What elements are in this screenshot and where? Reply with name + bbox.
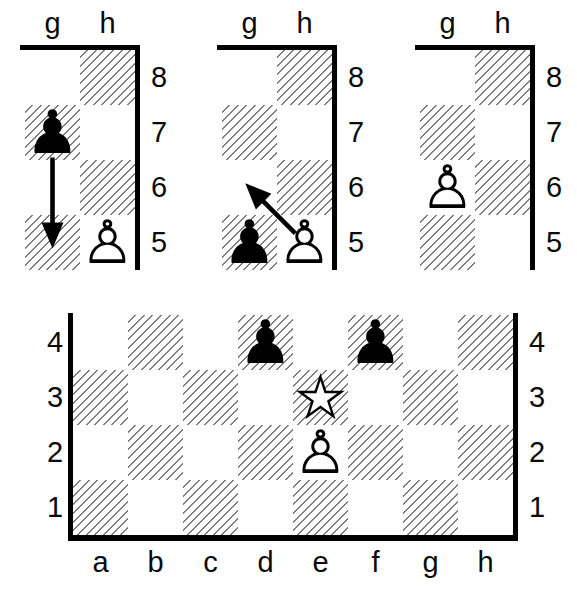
file-label-g: g — [420, 7, 475, 40]
square-e1 — [293, 480, 348, 535]
square-h5 — [475, 215, 530, 270]
rank-label-1: 1 — [41, 480, 69, 535]
square-h7 — [80, 105, 135, 160]
square-f4: ♟ — [348, 315, 403, 370]
rank-labels-right: 4321 — [523, 315, 551, 535]
square-c1 — [183, 480, 238, 535]
file-label-c: c — [183, 546, 238, 579]
board-grid: ♙ — [420, 50, 530, 270]
rank-label-5: 5 — [540, 215, 568, 270]
board-grid: ♟♟★♙ — [73, 315, 513, 535]
square-g7 — [222, 105, 277, 160]
square-a3 — [73, 370, 128, 425]
file-label-h: h — [475, 7, 530, 40]
file-label-e: e — [293, 546, 348, 579]
square-h8 — [277, 50, 332, 105]
rank-label-2: 2 — [523, 425, 551, 480]
board-border-top — [217, 45, 337, 50]
square-h2 — [458, 425, 513, 480]
rank-label-2: 2 — [41, 425, 69, 480]
file-label-g: g — [25, 7, 80, 40]
square-h8 — [475, 50, 530, 105]
square-c2 — [183, 425, 238, 480]
file-labels: abcdefgh — [73, 546, 513, 582]
rank-label-5: 5 — [145, 215, 173, 270]
square-d1 — [238, 480, 293, 535]
rank-label-7: 7 — [540, 105, 568, 160]
rank-labels-right: 8765 — [342, 50, 370, 270]
square-h5: ♙ — [80, 215, 135, 270]
square-h7 — [475, 105, 530, 160]
square-d4: ♟ — [238, 315, 293, 370]
rank-label-8: 8 — [342, 50, 370, 105]
board-border-top — [415, 45, 535, 50]
file-label-g: g — [222, 7, 277, 40]
board-border-top — [20, 45, 140, 50]
rank-label-4: 4 — [523, 315, 551, 370]
rank-label-8: 8 — [145, 50, 173, 105]
square-h5: ♙ — [277, 215, 332, 270]
square-g6: ♙ — [420, 160, 475, 215]
en-passant-page: ♟♙gh8765 ♟♙gh8765 ♙gh8765 ♟♟★♙abcdefgh43… — [0, 0, 577, 590]
rank-label-7: 7 — [145, 105, 173, 160]
rank-label-6: 6 — [342, 160, 370, 215]
white-pawn: ♙ — [421, 160, 475, 215]
rank-label-3: 3 — [41, 370, 69, 425]
square-g6 — [25, 160, 80, 215]
board-grid: ♟♙ — [222, 50, 332, 270]
rank-label-1: 1 — [523, 480, 551, 535]
rank-label-8: 8 — [540, 50, 568, 105]
square-a4 — [73, 315, 128, 370]
rank-labels-left: 4321 — [41, 315, 69, 535]
file-label-f: f — [348, 546, 403, 579]
mini-board-before-double-step: ♟♙gh8765 — [25, 50, 135, 270]
main-board-en-passant-example: ♟♟★♙abcdefgh43214321 — [73, 315, 513, 535]
board-border-bottom — [68, 535, 518, 541]
square-g4 — [403, 315, 458, 370]
square-g2 — [403, 425, 458, 480]
rank-labels-right: 8765 — [145, 50, 173, 270]
square-g5 — [25, 215, 80, 270]
mini-board-en-passant-capture: ♟♙gh8765 — [222, 50, 332, 270]
square-h4 — [458, 315, 513, 370]
file-label-h: h — [80, 7, 135, 40]
black-pawn: ♟ — [223, 215, 277, 270]
white-pawn: ♙ — [81, 215, 135, 270]
square-g5 — [420, 215, 475, 270]
mini-board-after-capture: ♙gh8765 — [420, 50, 530, 270]
rank-label-5: 5 — [342, 215, 370, 270]
rank-labels-right: 8765 — [540, 50, 568, 270]
file-label-a: a — [73, 546, 128, 579]
black-pawn: ♟ — [26, 105, 80, 160]
rank-label-3: 3 — [523, 370, 551, 425]
rank-label-6: 6 — [540, 160, 568, 215]
square-b1 — [128, 480, 183, 535]
file-label-g: g — [403, 546, 458, 579]
square-b4 — [128, 315, 183, 370]
square-h6 — [475, 160, 530, 215]
square-h3 — [458, 370, 513, 425]
white-pawn: ♙ — [278, 215, 332, 270]
square-e2: ♙ — [293, 425, 348, 480]
square-a2 — [73, 425, 128, 480]
board-border-right — [513, 313, 518, 541]
square-f2 — [348, 425, 403, 480]
square-g8 — [222, 50, 277, 105]
rank-label-7: 7 — [342, 105, 370, 160]
board-border-right — [332, 45, 337, 270]
square-g5: ♟ — [222, 215, 277, 270]
black-pawn: ♟ — [349, 315, 403, 370]
white-pawn: ♙ — [294, 425, 348, 480]
file-labels: gh — [420, 4, 530, 40]
square-b3 — [128, 370, 183, 425]
board-grid: ♟♙ — [25, 50, 135, 270]
rank-label-4: 4 — [41, 315, 69, 370]
board-border-right — [530, 45, 535, 270]
square-c3 — [183, 370, 238, 425]
square-h8 — [80, 50, 135, 105]
square-a1 — [73, 480, 128, 535]
file-label-d: d — [238, 546, 293, 579]
square-g1 — [403, 480, 458, 535]
file-label-h: h — [458, 546, 513, 579]
square-h7 — [277, 105, 332, 160]
file-labels: gh — [25, 4, 135, 40]
square-g3 — [403, 370, 458, 425]
square-f1 — [348, 480, 403, 535]
black-pawn: ♟ — [239, 315, 293, 370]
file-labels: gh — [222, 4, 332, 40]
file-label-b: b — [128, 546, 183, 579]
board-border-right — [135, 45, 140, 270]
square-d3 — [238, 370, 293, 425]
square-g8 — [420, 50, 475, 105]
square-d2 — [238, 425, 293, 480]
square-c4 — [183, 315, 238, 370]
square-h1 — [458, 480, 513, 535]
rank-label-6: 6 — [145, 160, 173, 215]
square-e4 — [293, 315, 348, 370]
square-g7: ♟ — [25, 105, 80, 160]
square-b2 — [128, 425, 183, 480]
square-f3 — [348, 370, 403, 425]
file-label-h: h — [277, 7, 332, 40]
